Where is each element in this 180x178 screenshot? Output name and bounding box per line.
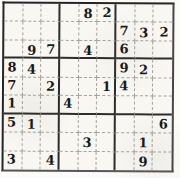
given-digit: 1 (27, 118, 36, 131)
given-digit: 7 (120, 24, 129, 37)
given-digit: 7 (46, 42, 55, 55)
cell-r8c5: 3 (78, 133, 97, 152)
cell-r3c5: 4 (79, 41, 98, 60)
cell-r2c4[interactable] (60, 22, 79, 41)
cell-r5c8[interactable] (135, 78, 154, 97)
cell-r2c5[interactable] (79, 22, 98, 41)
given-digit: 2 (159, 25, 168, 38)
cell-r8c3[interactable] (41, 133, 60, 152)
cell-r5c5[interactable] (79, 78, 98, 97)
cell-r2c1[interactable] (4, 22, 23, 41)
cell-r8c6[interactable] (97, 133, 116, 152)
cell-r4c8: 2 (135, 60, 154, 79)
given-digit: 5 (7, 115, 16, 128)
given-digit: 4 (83, 44, 92, 57)
cell-r9c3: 4 (41, 151, 60, 170)
cell-r1c9[interactable] (154, 4, 173, 23)
cell-r4c6[interactable] (97, 59, 116, 78)
cell-r2c8: 3 (135, 23, 154, 42)
cell-r9c7[interactable] (115, 152, 134, 171)
given-digit: 3 (139, 26, 148, 39)
cell-r9c1: 3 (3, 151, 22, 170)
cell-r7c9: 6 (153, 115, 172, 134)
cell-r6c2[interactable] (22, 96, 41, 115)
cell-r3c2: 9 (23, 40, 42, 59)
given-digit: 2 (139, 63, 148, 76)
cell-r6c4: 4 (60, 96, 79, 115)
cell-r6c5[interactable] (78, 96, 97, 115)
cell-r2c9: 2 (154, 23, 173, 42)
given-digit: 7 (7, 78, 16, 91)
cell-r5c7: 4 (116, 78, 135, 97)
given-digit: 3 (7, 153, 16, 166)
cell-r9c4[interactable] (59, 151, 78, 170)
cell-r4c3[interactable] (41, 59, 60, 78)
cell-r2c3[interactable] (42, 22, 61, 41)
cell-r7c1: 5 (4, 114, 23, 133)
cell-r5c1: 7 (4, 77, 23, 96)
cell-r1c4[interactable] (60, 4, 79, 23)
cell-r8c1[interactable] (4, 133, 23, 152)
given-digit: 1 (7, 96, 16, 109)
cell-r9c5[interactable] (78, 151, 97, 170)
cell-r8c4[interactable] (60, 133, 79, 152)
cell-r8c9[interactable] (153, 134, 172, 153)
cell-r3c4[interactable] (60, 41, 79, 60)
cell-r4c9[interactable] (153, 60, 172, 79)
given-digit: 2 (46, 80, 55, 93)
given-digit: 8 (7, 60, 16, 73)
cell-r7c3[interactable] (41, 114, 60, 133)
given-digit: 6 (159, 117, 168, 130)
cell-r5c2[interactable] (23, 77, 42, 96)
cell-r7c4[interactable] (60, 114, 79, 133)
cell-r1c3[interactable] (42, 4, 61, 23)
given-digit: 1 (102, 80, 111, 93)
cell-r2c2[interactable] (23, 22, 42, 41)
cell-r5c3: 2 (41, 77, 60, 96)
cell-r7c6[interactable] (97, 115, 116, 134)
cell-r9c8: 9 (134, 152, 153, 171)
given-digit: 4 (63, 97, 72, 110)
cell-r3c8[interactable] (135, 41, 154, 60)
cell-r6c6[interactable] (97, 96, 116, 115)
cell-r3c6[interactable] (97, 41, 116, 60)
cell-r7c5[interactable] (78, 115, 97, 134)
given-digit: 9 (27, 43, 36, 56)
given-digit: 4 (27, 62, 36, 75)
cell-r1c7[interactable] (116, 4, 135, 23)
cell-r9c6[interactable] (97, 152, 116, 171)
cell-r1c6: 2 (98, 4, 117, 23)
cell-r6c8[interactable] (134, 97, 153, 116)
given-digit: 6 (119, 42, 128, 55)
cell-r5c6: 1 (97, 78, 116, 97)
cell-r3c9[interactable] (153, 41, 172, 60)
given-digit: 4 (46, 154, 55, 167)
cell-r4c4[interactable] (60, 59, 79, 78)
cell-r8c8: 1 (134, 133, 153, 152)
given-digit: 9 (138, 156, 147, 169)
cell-r3c3: 7 (41, 41, 60, 60)
cell-r1c2[interactable] (23, 4, 42, 23)
given-digit: 8 (83, 7, 92, 20)
cell-r8c7[interactable] (116, 133, 135, 152)
given-digit: 1 (139, 137, 148, 150)
cell-r4c2: 4 (23, 59, 42, 78)
cell-r1c8[interactable] (135, 4, 154, 23)
cell-r6c7[interactable] (116, 96, 135, 115)
cell-r7c7[interactable] (116, 115, 135, 134)
cell-r5c9[interactable] (153, 78, 172, 97)
given-digit: 3 (83, 136, 92, 149)
cell-r4c7: 9 (116, 59, 135, 78)
cell-r3c7: 6 (116, 41, 135, 60)
cell-r7c2: 1 (22, 114, 41, 133)
cell-r8c2[interactable] (22, 133, 41, 152)
cell-r7c8[interactable] (134, 115, 153, 134)
cell-r1c1[interactable] (4, 3, 23, 22)
cell-r1c5: 8 (79, 4, 98, 23)
cell-r2c7: 7 (116, 23, 135, 42)
cell-r2c6[interactable] (98, 22, 117, 41)
cell-r6c9[interactable] (153, 97, 172, 116)
cell-r9c2[interactable] (22, 151, 41, 170)
cell-r5c4[interactable] (60, 78, 79, 97)
cell-r4c5[interactable] (79, 59, 98, 78)
cell-r6c3[interactable] (41, 96, 60, 115)
cell-r9c9[interactable] (153, 152, 172, 171)
given-digit: 9 (119, 61, 128, 74)
cell-r3c1[interactable] (4, 40, 23, 59)
given-digit: 4 (119, 79, 128, 92)
given-digit: 2 (103, 6, 112, 19)
cell-r4c1: 8 (4, 59, 23, 78)
cell-r6c1: 1 (4, 96, 23, 115)
sudoku-board: 827329746849272141451631349 (1, 1, 174, 172)
